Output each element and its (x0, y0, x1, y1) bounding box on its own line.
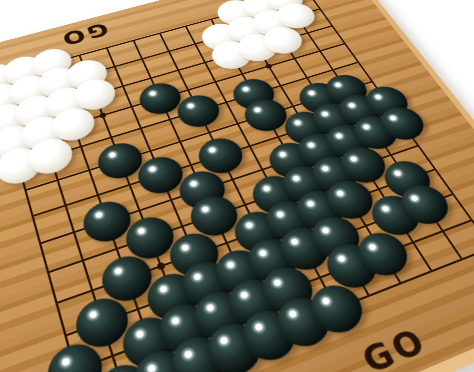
star-point (156, 262, 166, 271)
star-point (265, 63, 273, 69)
go-logo-bottom: GO (355, 320, 435, 372)
go-board: GO GO (0, 0, 474, 372)
board-grid (0, 0, 474, 372)
product-photo: GO GO (0, 0, 474, 372)
go-logo-top: GO (57, 18, 112, 50)
star-point (99, 112, 107, 119)
